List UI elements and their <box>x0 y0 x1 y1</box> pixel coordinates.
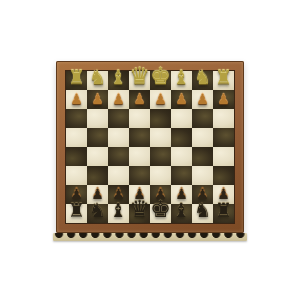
square-r2c1[interactable] <box>87 109 108 128</box>
square-r0c4[interactable]: ♚ <box>150 71 171 90</box>
square-r0c6[interactable]: ♞ <box>192 71 213 90</box>
square-r4c5[interactable] <box>171 147 192 166</box>
board-grid: ♜♞♝♛♚♝♞♜♟♟♟♟♟♟♟♟♟♟♟♟♟♟♟♟♜♞♝♛♚♝♞♜ <box>66 71 234 223</box>
square-r0c3[interactable]: ♛ <box>129 71 150 90</box>
square-r0c5[interactable]: ♝ <box>171 71 192 90</box>
square-r5c5[interactable] <box>171 166 192 185</box>
square-r4c4[interactable] <box>150 147 171 166</box>
square-r1c3[interactable]: ♟ <box>129 90 150 109</box>
square-r7c7[interactable]: ♜ <box>213 204 234 223</box>
square-r3c5[interactable] <box>171 128 192 147</box>
square-r3c0[interactable] <box>66 128 87 147</box>
square-r0c1[interactable]: ♞ <box>87 71 108 90</box>
square-r7c4[interactable]: ♚ <box>150 204 171 223</box>
square-r0c2[interactable]: ♝ <box>108 71 129 90</box>
piece-brass-rook[interactable]: ♜ <box>68 68 85 87</box>
square-r2c0[interactable] <box>66 109 87 128</box>
piece-brass-bishop[interactable]: ♝ <box>173 68 190 87</box>
square-r5c1[interactable] <box>87 166 108 185</box>
piece-brass-king[interactable]: ♚ <box>150 65 171 88</box>
piece-dark-bronze-king[interactable]: ♚ <box>150 198 171 221</box>
square-r3c4[interactable] <box>150 128 171 147</box>
chess-set-photo: ♜♞♝♛♚♝♞♜♟♟♟♟♟♟♟♟♟♟♟♟♟♟♟♟♜♞♝♛♚♝♞♜ <box>0 0 300 300</box>
piece-brass-rook[interactable]: ♜ <box>215 68 232 87</box>
square-r5c3[interactable] <box>129 166 150 185</box>
square-r5c7[interactable] <box>213 166 234 185</box>
square-r4c2[interactable] <box>108 147 129 166</box>
piece-dark-bronze-rook[interactable]: ♜ <box>68 201 85 220</box>
square-r4c0[interactable] <box>66 147 87 166</box>
square-r7c2[interactable]: ♝ <box>108 204 129 223</box>
piece-brass-pawn[interactable]: ♟ <box>154 92 167 106</box>
square-r1c7[interactable]: ♟ <box>213 90 234 109</box>
square-r5c2[interactable] <box>108 166 129 185</box>
piece-dark-bronze-knight[interactable]: ♞ <box>194 201 211 220</box>
square-r0c7[interactable]: ♜ <box>213 71 234 90</box>
square-r2c4[interactable] <box>150 109 171 128</box>
square-r4c6[interactable] <box>192 147 213 166</box>
square-r0c0[interactable]: ♜ <box>66 71 87 90</box>
square-r3c6[interactable] <box>192 128 213 147</box>
square-r4c7[interactable] <box>213 147 234 166</box>
square-r3c1[interactable] <box>87 128 108 147</box>
square-r4c1[interactable] <box>87 147 108 166</box>
piece-brass-pawn[interactable]: ♟ <box>196 92 209 106</box>
piece-brass-pawn[interactable]: ♟ <box>70 92 83 106</box>
piece-dark-bronze-bishop[interactable]: ♝ <box>173 201 190 220</box>
square-r5c6[interactable] <box>192 166 213 185</box>
square-r2c3[interactable] <box>129 109 150 128</box>
piece-brass-pawn[interactable]: ♟ <box>217 92 230 106</box>
chess-board-frame: ♜♞♝♛♚♝♞♜♟♟♟♟♟♟♟♟♟♟♟♟♟♟♟♟♜♞♝♛♚♝♞♜ <box>56 61 244 233</box>
piece-dark-bronze-bishop[interactable]: ♝ <box>110 201 127 220</box>
square-r2c6[interactable] <box>192 109 213 128</box>
square-r1c5[interactable]: ♟ <box>171 90 192 109</box>
square-r7c0[interactable]: ♜ <box>66 204 87 223</box>
square-r1c1[interactable]: ♟ <box>87 90 108 109</box>
square-r2c7[interactable] <box>213 109 234 128</box>
piece-brass-pawn[interactable]: ♟ <box>133 92 146 106</box>
piece-dark-bronze-knight[interactable]: ♞ <box>89 201 106 220</box>
square-r7c3[interactable]: ♛ <box>129 204 150 223</box>
square-r2c2[interactable] <box>108 109 129 128</box>
piece-dark-bronze-rook[interactable]: ♜ <box>215 201 232 220</box>
square-r7c1[interactable]: ♞ <box>87 204 108 223</box>
square-r1c0[interactable]: ♟ <box>66 90 87 109</box>
square-r1c4[interactable]: ♟ <box>150 90 171 109</box>
piece-brass-bishop[interactable]: ♝ <box>110 68 127 87</box>
piece-dark-bronze-queen[interactable]: ♛ <box>129 198 150 221</box>
piece-brass-pawn[interactable]: ♟ <box>91 92 104 106</box>
piece-brass-pawn[interactable]: ♟ <box>112 92 125 106</box>
square-r7c6[interactable]: ♞ <box>192 204 213 223</box>
square-r5c4[interactable] <box>150 166 171 185</box>
board-edge-inlay-strip <box>53 233 247 241</box>
square-r3c2[interactable] <box>108 128 129 147</box>
square-r2c5[interactable] <box>171 109 192 128</box>
piece-brass-knight[interactable]: ♞ <box>194 68 211 87</box>
piece-brass-knight[interactable]: ♞ <box>89 68 106 87</box>
square-r3c7[interactable] <box>213 128 234 147</box>
square-r1c6[interactable]: ♟ <box>192 90 213 109</box>
square-r5c0[interactable] <box>66 166 87 185</box>
square-r4c3[interactable] <box>129 147 150 166</box>
piece-brass-pawn[interactable]: ♟ <box>175 92 188 106</box>
piece-brass-queen[interactable]: ♛ <box>129 65 150 88</box>
square-r3c3[interactable] <box>129 128 150 147</box>
square-r7c5[interactable]: ♝ <box>171 204 192 223</box>
square-r1c2[interactable]: ♟ <box>108 90 129 109</box>
